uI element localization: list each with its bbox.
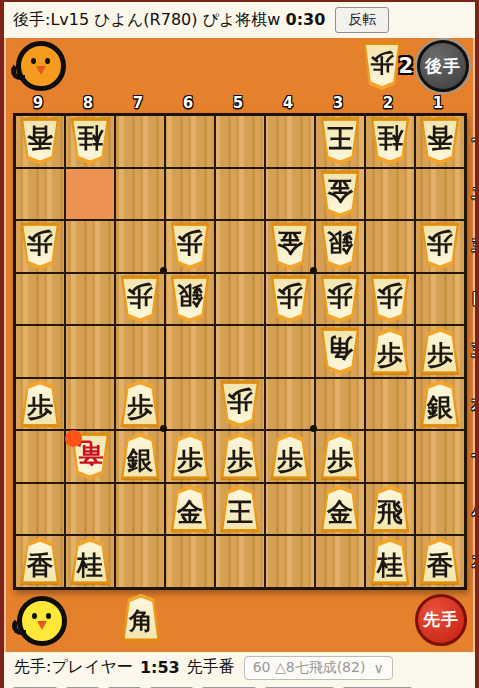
status-bar: 先手:プレイヤー 1:53 先手番 60 △8七飛成(82) ∨ xyxy=(4,652,475,684)
piece-glyph: 歩 xyxy=(177,446,203,472)
app-window: 後手:Lv15 ひよん(R780) ぴよ将棋w 0:30 反転 歩2 後手 98… xyxy=(0,0,479,688)
piece-glyph: 金 xyxy=(177,499,203,525)
square-6七[interactable]: 歩 xyxy=(165,430,215,483)
topbar: 後手:Lv15 ひよん(R780) ぴよ将棋w 0:30 反転 xyxy=(4,2,475,38)
square-9八[interactable] xyxy=(15,483,65,536)
square-6二[interactable] xyxy=(165,168,215,221)
star-point xyxy=(160,425,167,432)
square-6九[interactable] xyxy=(165,535,215,588)
square-3一[interactable]: 王 xyxy=(315,115,365,168)
chick-tail xyxy=(11,62,25,80)
piece-glyph: 歩 xyxy=(327,283,353,309)
rank-label-5: 五 xyxy=(472,325,479,378)
piece-glyph: 歩 xyxy=(427,230,453,256)
square-2六[interactable] xyxy=(365,378,415,431)
star-point xyxy=(310,267,317,274)
rank-label-2: 二 xyxy=(472,168,479,221)
square-5三[interactable] xyxy=(215,220,265,273)
piece-gote-kyo[interactable]: 香 xyxy=(419,118,462,165)
square-6一[interactable] xyxy=(165,115,215,168)
square-2一[interactable]: 桂 xyxy=(365,115,415,168)
square-6五[interactable] xyxy=(165,325,215,378)
piece-glyph: 桂 xyxy=(77,125,103,151)
piece-sente-fu[interactable]: 歩 xyxy=(219,433,262,480)
sente-badge: 先手 xyxy=(415,594,467,646)
square-2三[interactable] xyxy=(365,220,415,273)
piece-glyph: 歩 xyxy=(377,283,403,309)
piece-glyph: 角 xyxy=(327,335,353,361)
piece-glyph: 香 xyxy=(427,125,453,151)
sente-strip: 角 先手 xyxy=(4,590,475,652)
piece-sente-hisha[interactable]: 飛 xyxy=(369,485,412,532)
square-3二[interactable]: 金 xyxy=(315,168,365,221)
piece-sente-fu[interactable]: 歩 xyxy=(19,380,62,427)
piece-glyph: 王 xyxy=(227,499,253,525)
square-4二[interactable] xyxy=(265,168,315,221)
rank-label-6: 六 xyxy=(472,378,479,431)
square-5四[interactable] xyxy=(215,273,265,326)
file-label-5: 5 xyxy=(213,96,263,113)
piece-glyph: 銀 xyxy=(127,446,153,472)
last-move-marker xyxy=(65,430,82,447)
move-history-value: 60 △8七飛成(82) xyxy=(253,659,366,677)
square-2七[interactable] xyxy=(365,430,415,483)
square-1三[interactable]: 歩 xyxy=(415,220,465,273)
board-area: 香桂王桂香金歩歩金銀歩歩銀歩歩歩角歩歩歩歩歩銀竜銀歩歩歩歩金王金飛香桂桂香 一二… xyxy=(13,113,479,590)
square-2二[interactable] xyxy=(365,168,415,221)
square-1六[interactable]: 銀 xyxy=(415,378,465,431)
file-label-7: 7 xyxy=(113,96,163,113)
square-9九[interactable]: 香 xyxy=(15,535,65,588)
square-7六[interactable]: 歩 xyxy=(115,378,165,431)
square-7七[interactable]: 銀 xyxy=(115,430,165,483)
sente-captured-pieces: 角 xyxy=(120,594,162,642)
piece-glyph: 歩 xyxy=(377,341,403,367)
piece-gote-fu[interactable]: 歩 xyxy=(319,275,362,322)
square-8八[interactable] xyxy=(65,483,115,536)
rank-label-1: 一 xyxy=(472,115,479,168)
piece-sente-kei[interactable]: 桂 xyxy=(369,538,412,585)
piece-gote-gin[interactable]: 銀 xyxy=(319,223,362,270)
gote-strip: 歩2 後手 xyxy=(4,38,475,96)
piece-sente-fu[interactable]: 歩 xyxy=(319,433,362,480)
file-labels: 987654321 xyxy=(13,96,463,113)
piece-gote-fu[interactable]: 歩 xyxy=(19,223,62,270)
piece-glyph: 桂 xyxy=(377,125,403,151)
square-1二[interactable] xyxy=(415,168,465,221)
piece-sente-gin[interactable]: 銀 xyxy=(119,433,162,480)
square-3八[interactable]: 金 xyxy=(315,483,365,536)
piece-sente-kei[interactable]: 桂 xyxy=(69,538,112,585)
hand-count: 2 xyxy=(398,54,413,78)
file-label-9: 9 xyxy=(13,96,63,113)
square-5一[interactable] xyxy=(215,115,265,168)
file-label-4: 4 xyxy=(263,96,313,113)
piece-glyph: 歩 xyxy=(277,446,303,472)
square-8七[interactable]: 竜 xyxy=(65,430,115,483)
gote-player-label: 後手:Lv15 ひよん(R780) ぴよ将棋w 0:30 xyxy=(13,10,325,31)
square-7九[interactable] xyxy=(115,535,165,588)
square-2九[interactable]: 桂 xyxy=(365,535,415,588)
gote-captured-pieces: 歩2 xyxy=(361,42,413,90)
piece-glyph: 銀 xyxy=(327,230,353,256)
square-8一[interactable]: 桂 xyxy=(65,115,115,168)
rank-label-9: 九 xyxy=(472,535,479,588)
chevron-down-icon: ∨ xyxy=(373,660,383,676)
board-grid: 香桂王桂香金歩歩金銀歩歩銀歩歩歩角歩歩歩歩歩銀竜銀歩歩歩歩金王金飛香桂桂香 xyxy=(13,113,467,590)
square-2四[interactable]: 歩 xyxy=(365,273,415,326)
piece-sente-fu[interactable]: 歩 xyxy=(369,328,412,375)
square-3九[interactable] xyxy=(315,535,365,588)
flip-board-button[interactable]: 反転 xyxy=(335,7,389,33)
piece-glyph: 歩 xyxy=(277,283,303,309)
piece-glyph: 飛 xyxy=(377,499,403,525)
piece-glyph: 香 xyxy=(27,125,53,151)
square-5六[interactable]: 歩 xyxy=(215,378,265,431)
square-9四[interactable] xyxy=(15,273,65,326)
file-label-1: 1 xyxy=(413,96,463,113)
rank-label-8: 八 xyxy=(472,483,479,536)
piece-glyph: 歩 xyxy=(27,394,53,420)
square-9一[interactable]: 香 xyxy=(15,115,65,168)
square-9三[interactable]: 歩 xyxy=(15,220,65,273)
rank-label-4: 四 xyxy=(472,273,479,326)
square-9五[interactable] xyxy=(15,325,65,378)
piece-glyph: 歩 xyxy=(127,394,153,420)
piece-gote-kei[interactable]: 桂 xyxy=(69,118,112,165)
piece-gote-fu[interactable]: 歩 xyxy=(269,275,312,322)
piece-gote-fu[interactable]: 歩 xyxy=(119,275,162,322)
square-4四[interactable]: 歩 xyxy=(265,273,315,326)
file-label-6: 6 xyxy=(163,96,213,113)
piece-gote-kin[interactable]: 金 xyxy=(319,170,362,217)
piece-sente-fu[interactable]: 歩 xyxy=(119,380,162,427)
piece-sente-kyo[interactable]: 香 xyxy=(419,538,462,585)
square-3三[interactable]: 銀 xyxy=(315,220,365,273)
piece-glyph: 王 xyxy=(327,125,353,151)
square-4九[interactable] xyxy=(265,535,315,588)
square-8九[interactable]: 桂 xyxy=(65,535,115,588)
square-7五[interactable] xyxy=(115,325,165,378)
square-4七[interactable]: 歩 xyxy=(265,430,315,483)
square-1九[interactable]: 香 xyxy=(415,535,465,588)
square-6三[interactable]: 歩 xyxy=(165,220,215,273)
piece-glyph: 歩 xyxy=(427,341,453,367)
file-label-2: 2 xyxy=(363,96,413,113)
square-4五[interactable] xyxy=(265,325,315,378)
square-4八[interactable] xyxy=(265,483,315,536)
piece-sente-ou[interactable]: 王 xyxy=(219,485,262,532)
square-4六[interactable] xyxy=(265,378,315,431)
piece-gote-ou[interactable]: 王 xyxy=(319,118,362,165)
square-1五[interactable]: 歩 xyxy=(415,325,465,378)
piece-glyph: 香 xyxy=(27,551,53,577)
square-7四[interactable]: 歩 xyxy=(115,273,165,326)
rank-labels: 一二三四五六七八九 xyxy=(472,115,479,588)
square-8三[interactable] xyxy=(65,220,115,273)
square-2五[interactable]: 歩 xyxy=(365,325,415,378)
square-3六[interactable] xyxy=(315,378,365,431)
piece-glyph: 銀 xyxy=(177,283,203,309)
piece-glyph: 金 xyxy=(327,178,353,204)
star-point xyxy=(160,267,167,274)
square-5五[interactable] xyxy=(215,325,265,378)
sente-chick-icon xyxy=(17,596,67,646)
square-8五[interactable] xyxy=(65,325,115,378)
square-3五[interactable]: 角 xyxy=(315,325,365,378)
chick-tail xyxy=(12,617,26,635)
rank-label-3: 三 xyxy=(472,220,479,273)
square-4一[interactable] xyxy=(265,115,315,168)
piece-gote-kei[interactable]: 桂 xyxy=(369,118,412,165)
square-9七[interactable] xyxy=(15,430,65,483)
square-7一[interactable] xyxy=(115,115,165,168)
controls-row: <<<>>>投了待ったヒント xyxy=(4,684,475,688)
square-3四[interactable]: 歩 xyxy=(315,273,365,326)
sente-clock: 1:53 xyxy=(140,658,180,677)
piece-gote-kaku[interactable]: 角 xyxy=(319,328,362,375)
piece-sente-kin[interactable]: 金 xyxy=(319,485,362,532)
square-2八[interactable]: 飛 xyxy=(365,483,415,536)
piece-glyph: 桂 xyxy=(77,551,103,577)
square-4三[interactable]: 金 xyxy=(265,220,315,273)
piece-sente-kin[interactable]: 金 xyxy=(169,485,212,532)
move-history-select[interactable]: 60 △8七飛成(82) ∨ xyxy=(244,656,393,680)
gote-clock: 0:30 xyxy=(286,10,326,29)
piece-glyph: 香 xyxy=(427,551,453,577)
piece-glyph: 歩 xyxy=(227,388,253,414)
piece-glyph: 歩 xyxy=(127,283,153,309)
square-7八[interactable] xyxy=(115,483,165,536)
star-point xyxy=(310,425,317,432)
square-8六[interactable] xyxy=(65,378,115,431)
piece-glyph: 歩 xyxy=(370,51,394,75)
square-8二[interactable] xyxy=(65,168,115,221)
piece-glyph: 銀 xyxy=(427,394,453,420)
piece-gote-fu[interactable]: 歩 xyxy=(369,275,412,322)
rank-label-7: 七 xyxy=(472,430,479,483)
square-5二[interactable] xyxy=(215,168,265,221)
piece-gote-kyo[interactable]: 香 xyxy=(19,118,62,165)
square-9六[interactable]: 歩 xyxy=(15,378,65,431)
gote-badge: 後手 xyxy=(417,40,469,92)
square-9二[interactable] xyxy=(15,168,65,221)
turn-indicator: 先手番 xyxy=(187,657,235,678)
piece-sente-fu[interactable]: 歩 xyxy=(169,433,212,480)
piece-glyph: 金 xyxy=(277,230,303,256)
piece-gote-fu[interactable]: 歩 xyxy=(169,223,212,270)
gote-chick-icon xyxy=(16,41,66,91)
piece-sente-gin[interactable]: 銀 xyxy=(419,380,462,427)
piece-sente-fu[interactable]: 歩 xyxy=(419,328,462,375)
piece-glyph: 金 xyxy=(327,499,353,525)
square-5八[interactable]: 王 xyxy=(215,483,265,536)
square-6六[interactable] xyxy=(165,378,215,431)
piece-gote-fu[interactable]: 歩 xyxy=(419,223,462,270)
piece-glyph: 歩 xyxy=(177,230,203,256)
gote-player-name: 後手:Lv15 ひよん(R780) ぴよ将棋w xyxy=(13,10,280,29)
piece-gote-kin[interactable]: 金 xyxy=(269,223,312,270)
file-label-3: 3 xyxy=(313,96,363,113)
square-1四[interactable] xyxy=(415,273,465,326)
piece-glyph: 角 xyxy=(129,609,153,633)
piece-glyph: 歩 xyxy=(27,230,53,256)
square-1七[interactable] xyxy=(415,430,465,483)
square-1八[interactable] xyxy=(415,483,465,536)
piece-glyph: 竜 xyxy=(77,440,103,466)
square-5七[interactable]: 歩 xyxy=(215,430,265,483)
square-5九[interactable] xyxy=(215,535,265,588)
square-7三[interactable] xyxy=(115,220,165,273)
piece-sente-kaku[interactable]: 角 xyxy=(120,594,162,642)
piece-glyph: 歩 xyxy=(227,446,253,472)
file-label-8: 8 xyxy=(63,96,113,113)
piece-sente-fu[interactable]: 歩 xyxy=(269,433,312,480)
piece-gote-fu[interactable]: 歩 xyxy=(219,380,262,427)
square-1一[interactable]: 香 xyxy=(415,115,465,168)
square-3七[interactable]: 歩 xyxy=(315,430,365,483)
piece-glyph: 桂 xyxy=(377,551,403,577)
square-6四[interactable]: 銀 xyxy=(165,273,215,326)
piece-glyph: 歩 xyxy=(327,446,353,472)
sente-player-label: 先手:プレイヤー xyxy=(14,657,133,678)
square-8四[interactable] xyxy=(65,273,115,326)
square-7二[interactable] xyxy=(115,168,165,221)
piece-gote-gin[interactable]: 銀 xyxy=(169,275,212,322)
square-6八[interactable]: 金 xyxy=(165,483,215,536)
piece-sente-kyo[interactable]: 香 xyxy=(19,538,62,585)
